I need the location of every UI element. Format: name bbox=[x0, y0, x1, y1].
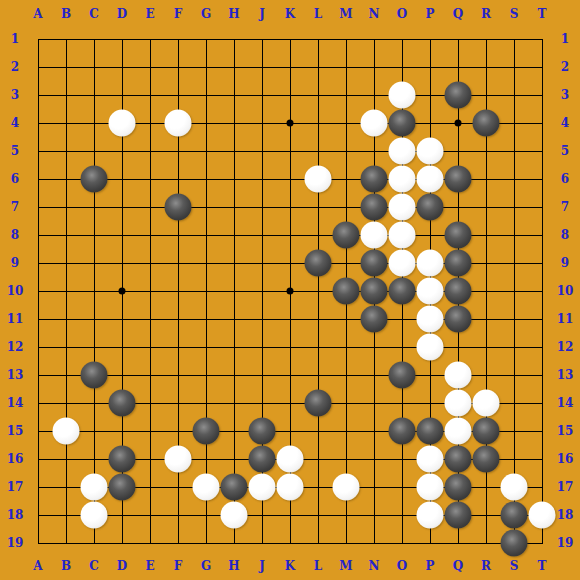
column-label-bottom: Q bbox=[453, 560, 463, 572]
star-point bbox=[287, 120, 294, 127]
black-stone bbox=[361, 194, 388, 221]
row-label-left: 17 bbox=[7, 481, 24, 493]
row-label-left: 1 bbox=[11, 33, 19, 45]
white-stone bbox=[305, 166, 332, 193]
column-label-bottom: L bbox=[314, 560, 322, 572]
white-stone bbox=[417, 278, 444, 305]
column-label-top: K bbox=[285, 8, 295, 20]
column-label-bottom: N bbox=[369, 560, 380, 572]
column-label-bottom: C bbox=[89, 560, 99, 572]
column-label-top: F bbox=[174, 8, 183, 20]
white-stone bbox=[473, 390, 500, 417]
column-label-bottom: R bbox=[481, 560, 491, 572]
column-label-bottom: B bbox=[61, 560, 71, 572]
black-stone bbox=[81, 166, 108, 193]
column-label-top: L bbox=[314, 8, 322, 20]
column-label-bottom: G bbox=[201, 560, 211, 572]
black-stone bbox=[473, 446, 500, 473]
row-label-right: 3 bbox=[561, 89, 569, 101]
column-label-top: Q bbox=[453, 8, 463, 20]
black-stone bbox=[445, 446, 472, 473]
row-label-left: 15 bbox=[7, 425, 24, 437]
white-stone bbox=[501, 474, 528, 501]
row-label-right: 12 bbox=[557, 341, 574, 353]
column-label-top: O bbox=[397, 8, 407, 20]
black-stone bbox=[193, 418, 220, 445]
black-stone bbox=[221, 474, 248, 501]
row-label-right: 15 bbox=[557, 425, 574, 437]
white-stone bbox=[445, 418, 472, 445]
white-stone bbox=[389, 166, 416, 193]
column-label-top: A bbox=[33, 8, 42, 20]
white-stone bbox=[417, 250, 444, 277]
row-label-left: 19 bbox=[7, 537, 24, 549]
black-stone bbox=[389, 418, 416, 445]
white-stone bbox=[361, 110, 388, 137]
row-label-right: 13 bbox=[557, 369, 574, 381]
black-stone bbox=[445, 278, 472, 305]
row-label-right: 7 bbox=[561, 201, 569, 213]
white-stone bbox=[81, 502, 108, 529]
row-label-left: 14 bbox=[7, 397, 24, 409]
column-label-top: B bbox=[61, 8, 71, 20]
row-label-right: 1 bbox=[561, 33, 569, 45]
white-stone bbox=[417, 306, 444, 333]
column-label-top: S bbox=[510, 8, 519, 20]
black-stone bbox=[473, 418, 500, 445]
white-stone bbox=[529, 502, 556, 529]
white-stone bbox=[417, 166, 444, 193]
column-label-bottom: O bbox=[397, 560, 407, 572]
row-label-left: 16 bbox=[7, 453, 24, 465]
black-stone bbox=[445, 306, 472, 333]
column-label-top: R bbox=[481, 8, 491, 20]
black-stone bbox=[445, 166, 472, 193]
black-stone bbox=[361, 278, 388, 305]
row-label-left: 12 bbox=[7, 341, 24, 353]
column-label-bottom: D bbox=[117, 560, 127, 572]
row-label-left: 10 bbox=[7, 285, 24, 297]
white-stone bbox=[417, 502, 444, 529]
white-stone bbox=[333, 474, 360, 501]
board-grid-line bbox=[318, 39, 319, 544]
white-stone bbox=[417, 334, 444, 361]
white-stone bbox=[445, 362, 472, 389]
black-stone bbox=[361, 306, 388, 333]
black-stone bbox=[109, 474, 136, 501]
white-stone bbox=[277, 474, 304, 501]
star-point bbox=[287, 288, 294, 295]
go-board[interactable]: AABBCCDDEEFFGGHHJJKKLLMMNNOOPPQQRRSSTT11… bbox=[0, 0, 580, 580]
row-label-left: 7 bbox=[11, 201, 19, 213]
white-stone bbox=[389, 222, 416, 249]
white-stone bbox=[389, 194, 416, 221]
black-stone bbox=[501, 530, 528, 557]
board-grid-line bbox=[542, 39, 543, 544]
column-label-bottom: P bbox=[425, 560, 434, 572]
row-label-left: 11 bbox=[7, 313, 24, 325]
column-label-top: E bbox=[145, 8, 154, 20]
board-grid-line bbox=[514, 39, 515, 544]
row-label-left: 13 bbox=[7, 369, 24, 381]
row-label-right: 14 bbox=[557, 397, 574, 409]
row-label-right: 10 bbox=[557, 285, 574, 297]
white-stone bbox=[445, 390, 472, 417]
black-stone bbox=[445, 502, 472, 529]
row-label-right: 9 bbox=[561, 257, 569, 269]
black-stone bbox=[361, 166, 388, 193]
row-label-left: 9 bbox=[11, 257, 19, 269]
row-label-right: 11 bbox=[557, 313, 574, 325]
black-stone bbox=[473, 110, 500, 137]
white-stone bbox=[277, 446, 304, 473]
row-label-left: 18 bbox=[7, 509, 24, 521]
white-stone bbox=[417, 474, 444, 501]
column-label-top: G bbox=[201, 8, 211, 20]
row-label-left: 2 bbox=[11, 61, 19, 73]
black-stone bbox=[249, 446, 276, 473]
white-stone bbox=[389, 250, 416, 277]
row-label-right: 18 bbox=[557, 509, 574, 521]
white-stone bbox=[193, 474, 220, 501]
white-stone bbox=[221, 502, 248, 529]
column-label-bottom: F bbox=[174, 560, 183, 572]
row-label-right: 17 bbox=[557, 481, 574, 493]
white-stone bbox=[53, 418, 80, 445]
black-stone bbox=[361, 250, 388, 277]
black-stone bbox=[249, 418, 276, 445]
black-stone bbox=[501, 502, 528, 529]
column-label-top: D bbox=[117, 8, 127, 20]
white-stone bbox=[389, 138, 416, 165]
row-label-left: 4 bbox=[11, 117, 19, 129]
black-stone bbox=[417, 418, 444, 445]
black-stone bbox=[389, 362, 416, 389]
row-label-left: 8 bbox=[11, 229, 19, 241]
black-stone bbox=[165, 194, 192, 221]
white-stone bbox=[361, 222, 388, 249]
black-stone bbox=[445, 222, 472, 249]
row-label-right: 16 bbox=[557, 453, 574, 465]
black-stone bbox=[445, 250, 472, 277]
column-label-top: J bbox=[259, 8, 265, 20]
row-label-right: 5 bbox=[561, 145, 569, 157]
black-stone bbox=[417, 194, 444, 221]
row-label-left: 3 bbox=[11, 89, 19, 101]
black-stone bbox=[305, 390, 332, 417]
white-stone bbox=[249, 474, 276, 501]
star-point bbox=[455, 120, 462, 127]
column-label-bottom: M bbox=[339, 560, 352, 572]
black-stone bbox=[333, 278, 360, 305]
column-label-top: H bbox=[228, 8, 239, 20]
column-label-top: M bbox=[339, 8, 352, 20]
board-grid-line bbox=[38, 347, 543, 348]
row-label-right: 6 bbox=[561, 173, 569, 185]
column-label-top: C bbox=[89, 8, 99, 20]
row-label-left: 6 bbox=[11, 173, 19, 185]
column-label-bottom: T bbox=[538, 560, 547, 572]
row-label-right: 2 bbox=[561, 61, 569, 73]
white-stone bbox=[417, 446, 444, 473]
row-label-right: 19 bbox=[557, 537, 574, 549]
black-stone bbox=[333, 222, 360, 249]
column-label-top: P bbox=[425, 8, 434, 20]
column-label-bottom: J bbox=[259, 560, 265, 572]
star-point bbox=[119, 288, 126, 295]
black-stone bbox=[109, 390, 136, 417]
white-stone bbox=[417, 138, 444, 165]
white-stone bbox=[389, 82, 416, 109]
column-label-top: N bbox=[369, 8, 380, 20]
row-label-right: 8 bbox=[561, 229, 569, 241]
black-stone bbox=[305, 250, 332, 277]
black-stone bbox=[81, 362, 108, 389]
black-stone bbox=[445, 474, 472, 501]
board-grid-line bbox=[38, 543, 543, 544]
column-label-bottom: H bbox=[228, 560, 239, 572]
column-label-top: T bbox=[538, 8, 547, 20]
black-stone bbox=[109, 446, 136, 473]
row-label-left: 5 bbox=[11, 145, 19, 157]
white-stone bbox=[165, 110, 192, 137]
black-stone bbox=[389, 110, 416, 137]
black-stone bbox=[389, 278, 416, 305]
row-label-right: 4 bbox=[561, 117, 569, 129]
column-label-bottom: A bbox=[33, 560, 42, 572]
white-stone bbox=[81, 474, 108, 501]
column-label-bottom: E bbox=[145, 560, 154, 572]
column-label-bottom: K bbox=[285, 560, 295, 572]
black-stone bbox=[445, 82, 472, 109]
white-stone bbox=[109, 110, 136, 137]
column-label-bottom: S bbox=[510, 560, 519, 572]
white-stone bbox=[165, 446, 192, 473]
